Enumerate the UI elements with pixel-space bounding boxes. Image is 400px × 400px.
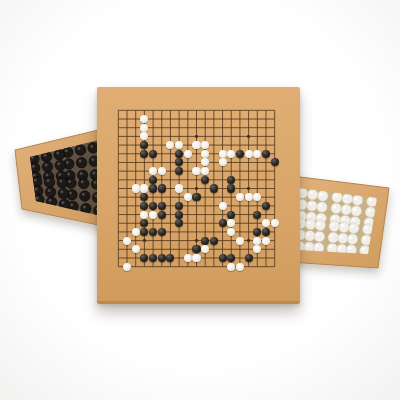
star-point bbox=[143, 239, 146, 242]
stone-white[interactable] bbox=[262, 237, 270, 245]
stone-black[interactable] bbox=[149, 184, 157, 192]
stone-black[interactable] bbox=[175, 211, 183, 219]
stone-white[interactable] bbox=[158, 167, 166, 175]
stone-black[interactable] bbox=[149, 202, 157, 210]
stone-white[interactable] bbox=[219, 150, 227, 158]
stone-white[interactable] bbox=[219, 202, 227, 210]
star-point bbox=[195, 135, 198, 138]
stone-black[interactable] bbox=[210, 237, 218, 245]
stone-black[interactable] bbox=[201, 176, 209, 184]
stone-black[interactable] bbox=[149, 176, 157, 184]
stone-white[interactable] bbox=[236, 237, 244, 245]
stone-black[interactable] bbox=[201, 237, 209, 245]
stone-white[interactable] bbox=[132, 184, 140, 192]
stone-white[interactable] bbox=[192, 167, 200, 175]
stone-black[interactable] bbox=[192, 245, 200, 253]
stone-black[interactable] bbox=[175, 202, 183, 210]
stone-white[interactable] bbox=[149, 211, 157, 219]
stone-white[interactable] bbox=[245, 193, 253, 201]
stone-white[interactable] bbox=[123, 263, 131, 271]
stone-white[interactable] bbox=[192, 254, 200, 262]
stone-black[interactable] bbox=[219, 254, 227, 262]
stone-white[interactable] bbox=[184, 193, 192, 201]
stone-black[interactable] bbox=[219, 219, 227, 227]
stone-black[interactable] bbox=[210, 184, 218, 192]
stone-black[interactable] bbox=[253, 211, 261, 219]
stone-black[interactable] bbox=[158, 228, 166, 236]
stone-black[interactable] bbox=[262, 228, 270, 236]
star-point bbox=[195, 187, 198, 190]
go-set-photo bbox=[0, 0, 400, 400]
stone-white[interactable] bbox=[184, 254, 192, 262]
stone-black[interactable] bbox=[262, 150, 270, 158]
stone-black[interactable] bbox=[158, 184, 166, 192]
stone-white[interactable] bbox=[227, 150, 235, 158]
stone-white[interactable] bbox=[245, 150, 253, 158]
stone-black[interactable] bbox=[236, 150, 244, 158]
star-point bbox=[247, 239, 250, 242]
stone-white[interactable] bbox=[123, 237, 131, 245]
star-point bbox=[247, 187, 250, 190]
stone-white[interactable] bbox=[175, 184, 183, 192]
stone-white[interactable] bbox=[227, 263, 235, 271]
stone-black[interactable] bbox=[149, 228, 157, 236]
stone-black[interactable] bbox=[175, 150, 183, 158]
stone-white[interactable] bbox=[253, 237, 261, 245]
stone-black[interactable] bbox=[227, 184, 235, 192]
star-point bbox=[247, 135, 250, 138]
stone-black[interactable] bbox=[262, 202, 270, 210]
stone-white[interactable] bbox=[271, 219, 279, 227]
stone-black[interactable] bbox=[192, 193, 200, 201]
stone-white[interactable] bbox=[236, 263, 244, 271]
star-point bbox=[195, 239, 198, 242]
stone-black[interactable] bbox=[149, 150, 157, 158]
stone-black[interactable] bbox=[158, 254, 166, 262]
board-grid[interactable] bbox=[114, 106, 279, 271]
stone-white[interactable] bbox=[201, 150, 209, 158]
stone-black[interactable] bbox=[158, 202, 166, 210]
stone-black[interactable] bbox=[158, 211, 166, 219]
stone-white[interactable] bbox=[132, 228, 140, 236]
stone-white[interactable] bbox=[184, 150, 192, 158]
stone-black[interactable] bbox=[227, 211, 235, 219]
stone-white[interactable] bbox=[140, 184, 148, 192]
stone-white[interactable] bbox=[192, 141, 200, 149]
stone-black[interactable] bbox=[245, 254, 253, 262]
go-board bbox=[97, 87, 300, 304]
